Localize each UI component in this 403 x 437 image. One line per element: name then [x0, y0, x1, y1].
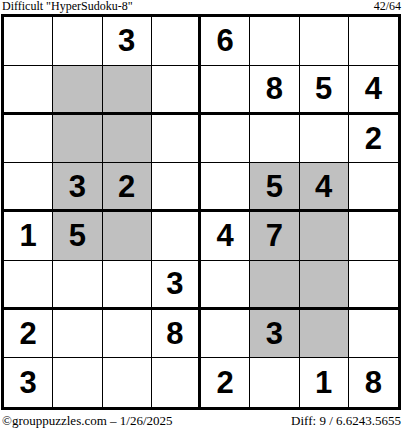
cell-r4c6[interactable]: 5 [250, 163, 299, 212]
cell-r7c4[interactable]: 8 [152, 310, 201, 359]
cell-r7c8[interactable] [349, 310, 398, 359]
cell-r6c2[interactable] [53, 261, 102, 310]
cell-r2c1[interactable] [4, 66, 53, 115]
cell-r1c1[interactable] [4, 17, 53, 66]
cell-r5c1[interactable]: 1 [4, 212, 53, 261]
cell-r4c4[interactable] [152, 163, 201, 212]
cell-r6c4[interactable]: 3 [152, 261, 201, 310]
cell-r6c6[interactable] [250, 261, 299, 310]
header: Difficult "HyperSudoku-8" 42/64 [2, 0, 401, 13]
cell-r4c8[interactable] [349, 163, 398, 212]
cell-r1c4[interactable] [152, 17, 201, 66]
cell-r2c2[interactable] [53, 66, 102, 115]
cell-r2c8[interactable]: 4 [349, 66, 398, 115]
cell-r5c6[interactable]: 7 [250, 212, 299, 261]
cell-r5c8[interactable] [349, 212, 398, 261]
cell-r5c7[interactable] [300, 212, 349, 261]
cell-r6c1[interactable] [4, 261, 53, 310]
cell-r4c1[interactable] [4, 163, 53, 212]
cell-r3c7[interactable] [300, 115, 349, 164]
cell-r6c5[interactable] [201, 261, 250, 310]
cell-r4c3[interactable]: 2 [103, 163, 152, 212]
cell-r3c5[interactable] [201, 115, 250, 164]
cell-r7c6[interactable]: 3 [250, 310, 299, 359]
cell-r6c7[interactable] [300, 261, 349, 310]
cell-r2c5[interactable] [201, 66, 250, 115]
cell-r6c8[interactable] [349, 261, 398, 310]
cell-r2c3[interactable] [103, 66, 152, 115]
cell-r4c5[interactable] [201, 163, 250, 212]
cell-r8c4[interactable] [152, 358, 201, 407]
cell-r1c8[interactable] [349, 17, 398, 66]
cell-r3c1[interactable] [4, 115, 53, 164]
copyright-text: ©grouppuzzles.com – 1/26/2025 [2, 413, 173, 429]
cell-r5c3[interactable] [103, 212, 152, 261]
cell-r4c2[interactable]: 3 [53, 163, 102, 212]
cell-r1c2[interactable] [53, 17, 102, 66]
cell-r4c7[interactable]: 4 [300, 163, 349, 212]
cell-r7c3[interactable] [103, 310, 152, 359]
cell-r5c2[interactable]: 5 [53, 212, 102, 261]
cell-r8c1[interactable]: 3 [4, 358, 53, 407]
cell-r5c5[interactable]: 4 [201, 212, 250, 261]
cell-r8c8[interactable]: 8 [349, 358, 398, 407]
cell-r7c2[interactable] [53, 310, 102, 359]
cell-r3c4[interactable] [152, 115, 201, 164]
cell-r3c8[interactable]: 2 [349, 115, 398, 164]
cell-r8c2[interactable] [53, 358, 102, 407]
puzzle-page: Difficult "HyperSudoku-8" 42/64 36854232… [0, 0, 403, 437]
blank-counter: 42/64 [374, 0, 401, 13]
page-title: Difficult "HyperSudoku-8" [2, 0, 133, 13]
cell-r7c7[interactable] [300, 310, 349, 359]
cell-r3c2[interactable] [53, 115, 102, 164]
cell-r1c6[interactable] [250, 17, 299, 66]
cell-r7c5[interactable] [201, 310, 250, 359]
cell-r6c3[interactable] [103, 261, 152, 310]
footer: ©grouppuzzles.com – 1/26/2025 Diff: 9 / … [2, 413, 401, 429]
cell-r2c7[interactable]: 5 [300, 66, 349, 115]
cell-r8c5[interactable]: 2 [201, 358, 250, 407]
sudoku-board: 3685423254154732833218 [1, 14, 401, 410]
cell-r3c3[interactable] [103, 115, 152, 164]
cell-r2c4[interactable] [152, 66, 201, 115]
cell-r8c3[interactable] [103, 358, 152, 407]
cell-r1c3[interactable]: 3 [103, 17, 152, 66]
cell-r2c6[interactable]: 8 [250, 66, 299, 115]
cell-r8c6[interactable] [250, 358, 299, 407]
cell-r1c7[interactable] [300, 17, 349, 66]
cell-r7c1[interactable]: 2 [4, 310, 53, 359]
cell-r3c6[interactable] [250, 115, 299, 164]
cell-r8c7[interactable]: 1 [300, 358, 349, 407]
difficulty-text: Diff: 9 / 6.6243.5655 [291, 413, 401, 429]
cell-r5c4[interactable] [152, 212, 201, 261]
cell-r1c5[interactable]: 6 [201, 17, 250, 66]
